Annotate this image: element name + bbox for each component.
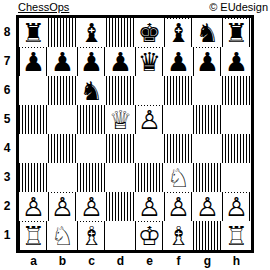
piece-bB[interactable]: ♝ xyxy=(79,19,104,47)
piece-bP[interactable]: ♟ xyxy=(108,48,133,76)
square-b3[interactable] xyxy=(48,163,77,192)
square-a4[interactable] xyxy=(19,134,48,163)
square-h7[interactable]: ♟ xyxy=(222,47,251,76)
piece-bQ[interactable]: ♛ xyxy=(137,48,162,76)
piece-wK[interactable]: ♔ xyxy=(137,222,162,250)
square-h1[interactable]: ♖ xyxy=(222,221,251,250)
square-h8[interactable]: ♜ xyxy=(222,18,251,47)
piece-wP[interactable]: ♙ xyxy=(224,193,249,221)
square-b5[interactable] xyxy=(48,105,77,134)
square-h6[interactable] xyxy=(222,76,251,105)
square-d6[interactable] xyxy=(106,76,135,105)
square-g4[interactable] xyxy=(193,134,222,163)
square-c3[interactable] xyxy=(77,163,106,192)
rank-label-7: 7 xyxy=(0,55,14,68)
file-label-c: c xyxy=(77,255,106,268)
square-e2[interactable]: ♙ xyxy=(135,192,164,221)
file-label-g: g xyxy=(193,255,222,268)
square-e6[interactable] xyxy=(135,76,164,105)
square-f2[interactable]: ♙ xyxy=(164,192,193,221)
square-b7[interactable]: ♟ xyxy=(48,47,77,76)
piece-bR[interactable]: ♜ xyxy=(224,19,249,47)
square-a2[interactable]: ♙ xyxy=(19,192,48,221)
square-e3[interactable] xyxy=(135,163,164,192)
square-a5[interactable] xyxy=(19,105,48,134)
piece-bP[interactable]: ♟ xyxy=(166,48,191,76)
square-d8[interactable] xyxy=(106,18,135,47)
file-label-d: d xyxy=(106,255,135,268)
rank-label-2: 2 xyxy=(0,200,14,213)
rank-label-5: 5 xyxy=(0,113,14,126)
piece-wB[interactable]: ♗ xyxy=(79,222,104,250)
square-c5[interactable] xyxy=(77,105,106,134)
square-f8[interactable]: ♝ xyxy=(164,18,193,47)
square-e5[interactable]: ♙ xyxy=(135,105,164,134)
square-c4[interactable] xyxy=(77,134,106,163)
square-b1[interactable]: ♘ xyxy=(48,221,77,250)
square-g5[interactable] xyxy=(193,105,222,134)
file-label-e: e xyxy=(135,255,164,268)
square-f1[interactable]: ♗ xyxy=(164,221,193,250)
square-g3[interactable] xyxy=(193,163,222,192)
piece-wR[interactable]: ♖ xyxy=(21,222,46,250)
square-d3[interactable] xyxy=(106,163,135,192)
rank-label-6: 6 xyxy=(0,84,14,97)
square-e1[interactable]: ♔ xyxy=(135,221,164,250)
square-b2[interactable]: ♙ xyxy=(48,192,77,221)
piece-wP[interactable]: ♙ xyxy=(195,193,220,221)
rank-label-4: 4 xyxy=(0,142,14,155)
rank-label-1: 1 xyxy=(0,229,14,242)
piece-bR[interactable]: ♜ xyxy=(21,19,46,47)
square-b8[interactable] xyxy=(48,18,77,47)
square-h3[interactable] xyxy=(222,163,251,192)
square-a8[interactable]: ♜ xyxy=(19,18,48,47)
piece-wP[interactable]: ♙ xyxy=(21,193,46,221)
chess-board: ♜♝♚♝♞♜♟♟♟♟♛♟♟♟♞♕♙♘♙♙♙♙♙♙♙♖♘♗♔♗♖ xyxy=(16,15,254,253)
chessops-window: ChessOps © EUdesign ♜♝♚♝♞♜♟♟♟♟♛♟♟♟♞♕♙♘♙♙… xyxy=(0,0,270,270)
piece-wR[interactable]: ♖ xyxy=(224,222,249,250)
file-label-f: f xyxy=(164,255,193,268)
square-g7[interactable]: ♟ xyxy=(193,47,222,76)
piece-wN[interactable]: ♘ xyxy=(50,222,75,250)
square-d7[interactable]: ♟ xyxy=(106,47,135,76)
square-g8[interactable]: ♞ xyxy=(193,18,222,47)
square-h5[interactable] xyxy=(222,105,251,134)
square-f7[interactable]: ♟ xyxy=(164,47,193,76)
piece-bP[interactable]: ♟ xyxy=(224,48,249,76)
square-e4[interactable] xyxy=(135,134,164,163)
square-d4[interactable] xyxy=(106,134,135,163)
file-label-h: h xyxy=(222,255,251,268)
piece-bN[interactable]: ♞ xyxy=(195,19,220,47)
square-e7[interactable]: ♛ xyxy=(135,47,164,76)
square-c8[interactable]: ♝ xyxy=(77,18,106,47)
piece-wN[interactable]: ♘ xyxy=(166,164,191,192)
square-f6[interactable] xyxy=(164,76,193,105)
piece-wB[interactable]: ♗ xyxy=(166,222,191,250)
app-title: ChessOps xyxy=(18,1,69,14)
square-g2[interactable]: ♙ xyxy=(193,192,222,221)
square-f5[interactable] xyxy=(164,105,193,134)
square-f4[interactable] xyxy=(164,134,193,163)
file-label-b: b xyxy=(48,255,77,268)
square-f3[interactable]: ♘ xyxy=(164,163,193,192)
square-g1[interactable] xyxy=(193,221,222,250)
rank-label-3: 3 xyxy=(0,171,14,184)
piece-bK[interactable]: ♚ xyxy=(137,19,162,47)
square-d5[interactable]: ♕ xyxy=(106,105,135,134)
piece-wP[interactable]: ♙ xyxy=(79,193,104,221)
piece-bP[interactable]: ♟ xyxy=(195,48,220,76)
square-d2[interactable] xyxy=(106,192,135,221)
square-a6[interactable] xyxy=(19,76,48,105)
square-a1[interactable]: ♖ xyxy=(19,221,48,250)
square-c7[interactable]: ♟ xyxy=(77,47,106,76)
square-b6[interactable] xyxy=(48,76,77,105)
piece-bP[interactable]: ♟ xyxy=(79,48,104,76)
square-c6[interactable]: ♞ xyxy=(77,76,106,105)
piece-wP[interactable]: ♙ xyxy=(137,193,162,221)
file-label-a: a xyxy=(19,255,48,268)
piece-wP[interactable]: ♙ xyxy=(166,193,191,221)
square-c2[interactable]: ♙ xyxy=(77,192,106,221)
square-a3[interactable] xyxy=(19,163,48,192)
square-e8[interactable]: ♚ xyxy=(135,18,164,47)
piece-wP[interactable]: ♙ xyxy=(50,193,75,221)
square-h4[interactable] xyxy=(222,134,251,163)
square-b4[interactable] xyxy=(48,134,77,163)
piece-wQ[interactable]: ♕ xyxy=(108,106,133,134)
piece-bN[interactable]: ♞ xyxy=(79,77,104,105)
square-h2[interactable]: ♙ xyxy=(222,192,251,221)
piece-bB[interactable]: ♝ xyxy=(166,19,191,47)
piece-bP[interactable]: ♟ xyxy=(50,48,75,76)
credit-text: © EUdesign xyxy=(209,1,268,14)
piece-wP[interactable]: ♙ xyxy=(137,106,162,134)
rank-label-8: 8 xyxy=(0,26,14,39)
square-d1[interactable] xyxy=(106,221,135,250)
square-c1[interactable]: ♗ xyxy=(77,221,106,250)
piece-bP[interactable]: ♟ xyxy=(21,48,46,76)
square-a7[interactable]: ♟ xyxy=(19,47,48,76)
square-g6[interactable] xyxy=(193,76,222,105)
